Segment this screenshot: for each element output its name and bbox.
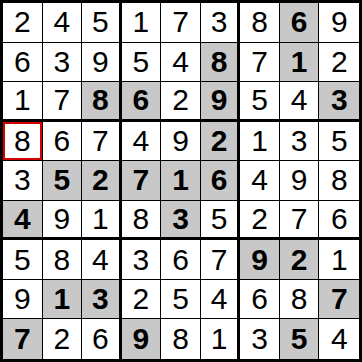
cell-r2c9[interactable]: 2 <box>319 43 359 83</box>
cell-r9c2[interactable]: 2 <box>43 319 83 359</box>
cell-r4c8[interactable]: 3 <box>280 122 320 162</box>
cell-r2c4[interactable]: 5 <box>122 43 162 83</box>
cell-r1c9[interactable]: 9 <box>319 3 359 43</box>
cell-r3c2[interactable]: 7 <box>43 82 83 122</box>
cell-r9c9[interactable]: 4 <box>319 319 359 359</box>
cell-r1c2[interactable]: 4 <box>43 3 83 43</box>
cell-r9c6[interactable]: 1 <box>201 319 241 359</box>
cell-r4c2[interactable]: 6 <box>43 122 83 162</box>
cell-r4c3[interactable]: 7 <box>82 122 122 162</box>
cell-r8c5[interactable]: 5 <box>161 280 201 320</box>
cell-r9c8[interactable]: 5 <box>280 319 320 359</box>
cell-r5c7[interactable]: 4 <box>240 161 280 201</box>
cell-r4c6[interactable]: 2 <box>201 122 241 162</box>
cell-r5c2[interactable]: 5 <box>43 161 83 201</box>
cell-r1c1[interactable]: 2 <box>3 3 43 43</box>
sudoku-board: 2451738696395487121786295438674921353527… <box>0 0 362 362</box>
cell-r7c5[interactable]: 6 <box>161 240 201 280</box>
cell-r9c5[interactable]: 8 <box>161 319 201 359</box>
cell-r9c1[interactable]: 7 <box>3 319 43 359</box>
cell-r7c1[interactable]: 5 <box>3 240 43 280</box>
cell-r1c8[interactable]: 6 <box>280 3 320 43</box>
cell-r7c6[interactable]: 7 <box>201 240 241 280</box>
cell-r3c5[interactable]: 2 <box>161 82 201 122</box>
cell-r6c3[interactable]: 1 <box>82 201 122 241</box>
cell-r1c6[interactable]: 3 <box>201 3 241 43</box>
cell-r4c9[interactable]: 5 <box>319 122 359 162</box>
cell-r6c6[interactable]: 5 <box>201 201 241 241</box>
cell-r3c9[interactable]: 3 <box>319 82 359 122</box>
cell-r7c7[interactable]: 9 <box>240 240 280 280</box>
cell-r2c6[interactable]: 8 <box>201 43 241 83</box>
cell-r7c2[interactable]: 8 <box>43 240 83 280</box>
cell-r6c4[interactable]: 8 <box>122 201 162 241</box>
cell-r4c7[interactable]: 1 <box>240 122 280 162</box>
cell-r7c3[interactable]: 4 <box>82 240 122 280</box>
cell-r5c9[interactable]: 8 <box>319 161 359 201</box>
cell-r4c1[interactable]: 8 <box>3 122 43 162</box>
cell-r1c4[interactable]: 1 <box>122 3 162 43</box>
cell-r4c5[interactable]: 9 <box>161 122 201 162</box>
cell-r8c8[interactable]: 8 <box>280 280 320 320</box>
cell-r6c2[interactable]: 9 <box>43 201 83 241</box>
cell-r3c8[interactable]: 4 <box>280 82 320 122</box>
cell-r9c7[interactable]: 3 <box>240 319 280 359</box>
cell-r3c6[interactable]: 9 <box>201 82 241 122</box>
cell-r3c1[interactable]: 1 <box>3 82 43 122</box>
cell-r9c3[interactable]: 6 <box>82 319 122 359</box>
cell-r6c8[interactable]: 7 <box>280 201 320 241</box>
cell-r2c7[interactable]: 7 <box>240 43 280 83</box>
cell-r9c4[interactable]: 9 <box>122 319 162 359</box>
cell-r6c1[interactable]: 4 <box>3 201 43 241</box>
cell-r2c2[interactable]: 3 <box>43 43 83 83</box>
cell-r8c4[interactable]: 2 <box>122 280 162 320</box>
cell-r3c4[interactable]: 6 <box>122 82 162 122</box>
cell-r1c7[interactable]: 8 <box>240 3 280 43</box>
cell-r2c1[interactable]: 6 <box>3 43 43 83</box>
cell-r5c3[interactable]: 2 <box>82 161 122 201</box>
cell-r7c8[interactable]: 2 <box>280 240 320 280</box>
cell-r8c9[interactable]: 7 <box>319 280 359 320</box>
cell-r2c3[interactable]: 9 <box>82 43 122 83</box>
cell-r5c5[interactable]: 1 <box>161 161 201 201</box>
cell-r5c4[interactable]: 7 <box>122 161 162 201</box>
cell-r6c9[interactable]: 6 <box>319 201 359 241</box>
cell-r7c4[interactable]: 3 <box>122 240 162 280</box>
cell-r8c7[interactable]: 6 <box>240 280 280 320</box>
cell-r1c3[interactable]: 5 <box>82 3 122 43</box>
cell-r8c3[interactable]: 3 <box>82 280 122 320</box>
cell-r8c1[interactable]: 9 <box>3 280 43 320</box>
cell-r4c4[interactable]: 4 <box>122 122 162 162</box>
cell-r5c8[interactable]: 9 <box>280 161 320 201</box>
cell-r7c9[interactable]: 1 <box>319 240 359 280</box>
cell-r2c5[interactable]: 4 <box>161 43 201 83</box>
cell-r6c7[interactable]: 2 <box>240 201 280 241</box>
cell-r5c6[interactable]: 6 <box>201 161 241 201</box>
cell-r3c7[interactable]: 5 <box>240 82 280 122</box>
cell-r1c5[interactable]: 7 <box>161 3 201 43</box>
cell-r5c1[interactable]: 3 <box>3 161 43 201</box>
cell-r3c3[interactable]: 8 <box>82 82 122 122</box>
cell-r2c8[interactable]: 1 <box>280 43 320 83</box>
cell-r8c6[interactable]: 4 <box>201 280 241 320</box>
cell-r8c2[interactable]: 1 <box>43 280 83 320</box>
cell-r6c5[interactable]: 3 <box>161 201 201 241</box>
